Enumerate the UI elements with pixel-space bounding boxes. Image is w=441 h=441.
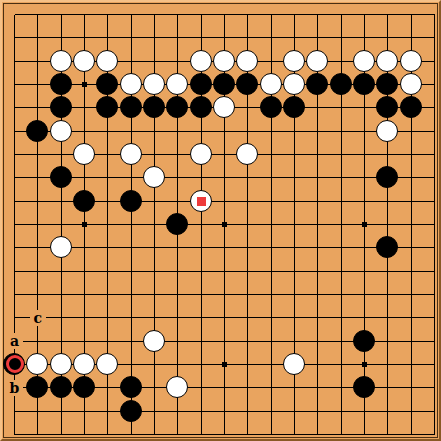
white-stone [190, 143, 212, 165]
star-point [222, 222, 227, 227]
red-square-marker [197, 197, 206, 206]
black-stone [166, 96, 188, 118]
grid-line-h [15, 131, 436, 132]
white-stone [213, 50, 235, 72]
black-stone [120, 190, 142, 212]
star-point [362, 362, 367, 367]
black-stone [26, 376, 48, 398]
black-stone [120, 376, 142, 398]
white-stone [236, 50, 258, 72]
black-stone [283, 96, 305, 118]
grid-line-h [15, 247, 436, 248]
red-circle-marker [6, 355, 24, 373]
black-stone [260, 96, 282, 118]
white-stone [143, 73, 165, 95]
white-stone [376, 50, 398, 72]
white-stone [26, 353, 48, 375]
white-stone [353, 50, 375, 72]
white-stone [260, 73, 282, 95]
black-stone [50, 73, 72, 95]
white-stone [143, 330, 165, 352]
star-point [362, 222, 367, 227]
star-point [222, 362, 227, 367]
black-stone [306, 73, 328, 95]
black-stone [96, 96, 118, 118]
black-stone [213, 73, 235, 95]
black-stone [166, 213, 188, 235]
white-stone [50, 236, 72, 258]
black-stone [376, 236, 398, 258]
white-stone [376, 120, 398, 142]
grid-line-h [15, 411, 436, 412]
star-point [82, 82, 87, 87]
black-stone [330, 73, 352, 95]
black-stone [26, 120, 48, 142]
white-stone [283, 353, 305, 375]
black-stone [376, 96, 398, 118]
white-stone [50, 120, 72, 142]
white-stone [236, 143, 258, 165]
star-point [82, 222, 87, 227]
white-stone [283, 50, 305, 72]
black-stone [96, 73, 118, 95]
grid-line-h [15, 177, 436, 178]
black-stone [73, 376, 95, 398]
white-stone [96, 353, 118, 375]
black-stone [143, 96, 165, 118]
white-stone [283, 73, 305, 95]
white-stone [306, 50, 328, 72]
black-stone [120, 400, 142, 422]
black-stone [400, 96, 422, 118]
black-stone [190, 73, 212, 95]
white-stone [96, 50, 118, 72]
grid-line-v [434, 15, 435, 436]
black-stone [353, 73, 375, 95]
white-stone [166, 73, 188, 95]
black-stone [353, 376, 375, 398]
white-stone [73, 353, 95, 375]
grid-line-h [15, 317, 436, 318]
grid-line-h [15, 271, 436, 272]
go-board[interactable]: abc [0, 0, 441, 441]
black-stone [376, 73, 398, 95]
grid-line-h [15, 37, 436, 38]
grid-line-h [15, 14, 436, 15]
point-label-a: a [7, 333, 23, 349]
grid-line-h [15, 434, 436, 435]
white-stone [400, 73, 422, 95]
black-stone [236, 73, 258, 95]
white-stone [400, 50, 422, 72]
white-stone [190, 50, 212, 72]
white-stone [213, 96, 235, 118]
black-stone [353, 330, 375, 352]
white-stone [50, 50, 72, 72]
white-stone [120, 73, 142, 95]
white-stone [73, 50, 95, 72]
black-stone [190, 96, 212, 118]
point-label-b: b [7, 380, 23, 396]
black-stone [50, 96, 72, 118]
black-stone [120, 96, 142, 118]
white-stone [166, 376, 188, 398]
white-stone [143, 166, 165, 188]
white-stone [73, 143, 95, 165]
white-stone [50, 353, 72, 375]
black-stone [376, 166, 398, 188]
black-stone [50, 376, 72, 398]
point-label-c: c [30, 310, 46, 326]
black-stone [73, 190, 95, 212]
white-stone [120, 143, 142, 165]
black-stone [50, 166, 72, 188]
grid-line-h [15, 294, 436, 295]
